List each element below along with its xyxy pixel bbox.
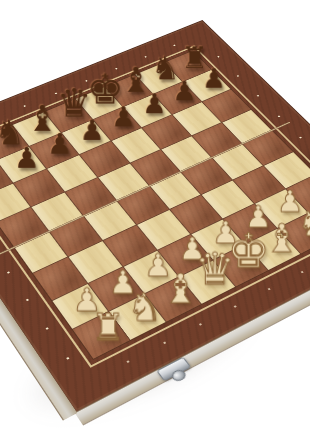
white-rook[interactable]: ♜ xyxy=(92,308,125,345)
black-pawn[interactable]: ♟ xyxy=(111,103,136,131)
white-bishop[interactable]: ♝ xyxy=(162,268,198,309)
product-photo-scene: ♜♞♝♛♚♝♞♜♟♟♟♟♟♟♟♟♟♟♟♟♟♟♟♟♜♞♝♛♚♝♞♜ xyxy=(0,0,310,430)
square-c4[interactable] xyxy=(84,201,136,240)
white-queen[interactable]: ♛ xyxy=(195,247,235,292)
black-pawn[interactable]: ♟ xyxy=(79,116,104,144)
square-e6[interactable] xyxy=(111,128,160,163)
black-pawn[interactable]: ♟ xyxy=(47,130,72,158)
black-pawn[interactable]: ♟ xyxy=(142,90,167,117)
black-pawn[interactable]: ♟ xyxy=(172,78,196,105)
black-pawn[interactable]: ♟ xyxy=(201,65,225,92)
white-knight[interactable]: ♞ xyxy=(127,288,162,327)
black-pawn[interactable]: ♟ xyxy=(0,158,6,187)
white-pawn[interactable]: ♟ xyxy=(308,172,310,201)
black-pawn[interactable]: ♟ xyxy=(14,144,40,173)
